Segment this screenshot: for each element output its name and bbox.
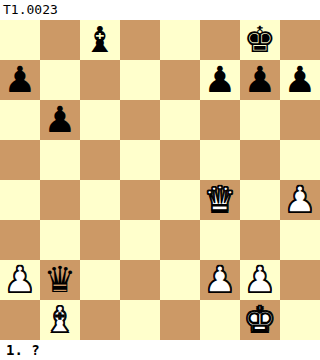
square-b3[interactable] — [40, 220, 80, 260]
square-e1[interactable] — [160, 300, 200, 340]
square-f4[interactable]: ♛ — [200, 180, 240, 220]
piece-black-pawn: ♟ — [4, 60, 36, 100]
piece-white-bishop: ♝ — [44, 300, 76, 340]
square-e4[interactable] — [160, 180, 200, 220]
square-d6[interactable] — [120, 100, 160, 140]
square-g8[interactable]: ♚ — [240, 20, 280, 60]
square-d3[interactable] — [120, 220, 160, 260]
square-b4[interactable] — [40, 180, 80, 220]
square-c1[interactable] — [80, 300, 120, 340]
square-g7[interactable]: ♟ — [240, 60, 280, 100]
square-d8[interactable] — [120, 20, 160, 60]
square-g5[interactable] — [240, 140, 280, 180]
square-f1[interactable] — [200, 300, 240, 340]
piece-black-queen: ♛ — [44, 260, 76, 300]
square-e3[interactable] — [160, 220, 200, 260]
square-h1[interactable] — [280, 300, 320, 340]
square-h5[interactable] — [280, 140, 320, 180]
square-a7[interactable]: ♟ — [0, 60, 40, 100]
chess-board: ♝♚♟♟♟♟♟♛♟♟♛♟♟♝♚ — [0, 20, 320, 340]
square-g1[interactable]: ♚ — [240, 300, 280, 340]
square-g2[interactable]: ♟ — [240, 260, 280, 300]
square-d7[interactable] — [120, 60, 160, 100]
square-a2[interactable]: ♟ — [0, 260, 40, 300]
piece-white-queen: ♛ — [204, 180, 236, 220]
square-c5[interactable] — [80, 140, 120, 180]
square-h4[interactable]: ♟ — [280, 180, 320, 220]
piece-black-pawn: ♟ — [244, 60, 276, 100]
piece-white-king: ♚ — [244, 300, 276, 340]
square-g6[interactable] — [240, 100, 280, 140]
chess-puzzle-page: T1.0023 ♝♚♟♟♟♟♟♛♟♟♛♟♟♝♚ 1. ? — [0, 0, 320, 360]
square-h7[interactable]: ♟ — [280, 60, 320, 100]
square-c7[interactable] — [80, 60, 120, 100]
square-e8[interactable] — [160, 20, 200, 60]
piece-black-pawn: ♟ — [204, 60, 236, 100]
square-b8[interactable] — [40, 20, 80, 60]
square-h8[interactable] — [280, 20, 320, 60]
square-f5[interactable] — [200, 140, 240, 180]
square-f3[interactable] — [200, 220, 240, 260]
square-b5[interactable] — [40, 140, 80, 180]
square-b2[interactable]: ♛ — [40, 260, 80, 300]
square-a6[interactable] — [0, 100, 40, 140]
piece-black-bishop: ♝ — [84, 20, 116, 60]
square-c3[interactable] — [80, 220, 120, 260]
move-prompt: 1. ? — [0, 340, 320, 360]
square-a8[interactable] — [0, 20, 40, 60]
square-h2[interactable] — [280, 260, 320, 300]
piece-white-pawn: ♟ — [4, 260, 36, 300]
piece-black-pawn: ♟ — [44, 100, 76, 140]
square-c2[interactable] — [80, 260, 120, 300]
piece-white-pawn: ♟ — [204, 260, 236, 300]
square-h3[interactable] — [280, 220, 320, 260]
square-f2[interactable]: ♟ — [200, 260, 240, 300]
square-g3[interactable] — [240, 220, 280, 260]
square-c8[interactable]: ♝ — [80, 20, 120, 60]
square-c6[interactable] — [80, 100, 120, 140]
square-f7[interactable]: ♟ — [200, 60, 240, 100]
square-d5[interactable] — [120, 140, 160, 180]
piece-black-king: ♚ — [244, 20, 276, 60]
square-g4[interactable] — [240, 180, 280, 220]
square-a3[interactable] — [0, 220, 40, 260]
square-a1[interactable] — [0, 300, 40, 340]
square-a5[interactable] — [0, 140, 40, 180]
square-b1[interactable]: ♝ — [40, 300, 80, 340]
square-b6[interactable]: ♟ — [40, 100, 80, 140]
square-d2[interactable] — [120, 260, 160, 300]
square-h6[interactable] — [280, 100, 320, 140]
square-f6[interactable] — [200, 100, 240, 140]
square-e2[interactable] — [160, 260, 200, 300]
piece-white-pawn: ♟ — [244, 260, 276, 300]
square-d1[interactable] — [120, 300, 160, 340]
square-e7[interactable] — [160, 60, 200, 100]
square-e5[interactable] — [160, 140, 200, 180]
square-b7[interactable] — [40, 60, 80, 100]
square-c4[interactable] — [80, 180, 120, 220]
piece-black-pawn: ♟ — [284, 60, 316, 100]
puzzle-id: T1.0023 — [0, 0, 320, 20]
square-d4[interactable] — [120, 180, 160, 220]
square-f8[interactable] — [200, 20, 240, 60]
square-a4[interactable] — [0, 180, 40, 220]
square-e6[interactable] — [160, 100, 200, 140]
piece-white-pawn: ♟ — [284, 180, 316, 220]
